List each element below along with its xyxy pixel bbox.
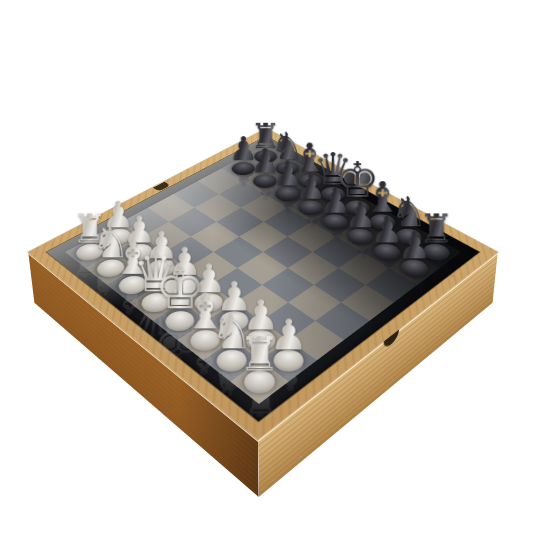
white-rook-glyph: ♜	[232, 330, 286, 377]
piece-white-rook: ♜	[232, 330, 286, 382]
product-photo-scene: ♜♜♞♞♝♝♛♛♚♚♝♝♞♞♜♜♟♟♟♟♟♟♟♟♟♟♟♟♟♟♟♟♟♟♟♟♟♟♟♟…	[0, 0, 533, 533]
chess-board: ♜♜♞♞♝♝♛♛♚♚♝♝♞♞♜♜♟♟♟♟♟♟♟♟♟♟♟♟♟♟♟♟♟♟♟♟♟♟♟♟…	[28, 128, 498, 439]
piece-black-pawn: ♟	[391, 226, 438, 268]
black-pawn-glyph: ♟	[391, 226, 438, 264]
stage: ♜♜♞♞♝♝♛♛♚♚♝♝♞♞♜♜♟♟♟♟♟♟♟♟♟♟♟♟♟♟♟♟♟♟♟♟♟♟♟♟…	[0, 0, 533, 533]
